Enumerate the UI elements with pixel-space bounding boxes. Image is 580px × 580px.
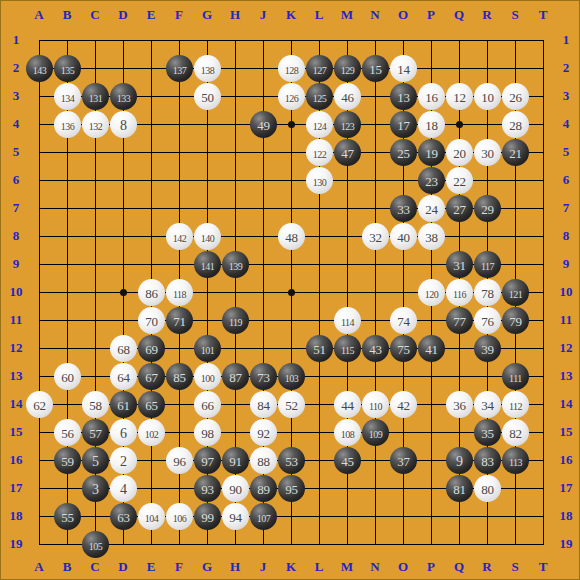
col-label-top-K: K: [280, 7, 302, 23]
col-label-top-O: O: [392, 7, 414, 23]
move-number: 88: [257, 448, 269, 475]
move-number: 122: [313, 141, 327, 168]
stone-J14[interactable]: 84: [250, 391, 277, 418]
row-label-right-6: 6: [555, 172, 577, 188]
move-number: 51: [313, 336, 325, 363]
move-number: 125: [313, 85, 327, 112]
col-label-bottom-K: K: [280, 559, 302, 575]
move-number: 142: [173, 225, 187, 252]
move-number: 91: [229, 448, 241, 475]
stone-G2[interactable]: 138: [194, 55, 221, 82]
row-label-left-6: 6: [5, 172, 27, 188]
move-number: 67: [145, 364, 157, 391]
move-number: 52: [285, 392, 297, 419]
stone-M5[interactable]: 47: [334, 139, 361, 166]
col-label-bottom-S: S: [504, 559, 526, 575]
move-number: 63: [117, 504, 129, 531]
move-number: 95: [285, 476, 297, 503]
star-point-K4: [288, 121, 295, 128]
move-number: 127: [313, 57, 327, 84]
stone-Q6[interactable]: 22: [446, 167, 473, 194]
row-label-left-8: 8: [5, 228, 27, 244]
stone-M2[interactable]: 129: [334, 55, 361, 82]
stone-K16[interactable]: 53: [278, 447, 305, 474]
row-label-left-1: 1: [5, 32, 27, 48]
stone-Q11[interactable]: 77: [446, 307, 473, 334]
row-label-right-5: 5: [555, 144, 577, 160]
row-label-right-7: 7: [555, 200, 577, 216]
stone-L6[interactable]: 130: [306, 167, 333, 194]
stone-S13[interactable]: 111: [502, 363, 529, 390]
move-number: 129: [341, 57, 355, 84]
stone-D13[interactable]: 64: [110, 363, 137, 390]
stone-B13[interactable]: 60: [54, 363, 81, 390]
stone-P5[interactable]: 19: [418, 139, 445, 166]
move-number: 34: [481, 392, 493, 419]
stone-K17[interactable]: 95: [278, 475, 305, 502]
stone-G17[interactable]: 93: [194, 475, 221, 502]
col-label-bottom-A: A: [28, 559, 50, 575]
move-number: 44: [341, 392, 353, 419]
stone-E11[interactable]: 70: [138, 307, 165, 334]
move-number: 75: [397, 336, 409, 363]
stone-E13[interactable]: 67: [138, 363, 165, 390]
move-number: 85: [173, 364, 185, 391]
col-label-bottom-M: M: [336, 559, 358, 575]
stone-S15[interactable]: 82: [502, 419, 529, 446]
col-label-top-Q: Q: [448, 7, 470, 23]
stone-M15[interactable]: 108: [334, 419, 361, 446]
stone-K2[interactable]: 128: [278, 55, 305, 82]
move-number: 74: [397, 308, 409, 335]
move-number: 20: [453, 140, 465, 167]
row-label-left-12: 12: [5, 340, 27, 356]
stone-L3[interactable]: 125: [306, 83, 333, 110]
stone-S11[interactable]: 79: [502, 307, 529, 334]
move-number: 136: [61, 113, 75, 140]
move-number: 130: [313, 169, 327, 196]
move-number: 60: [61, 364, 73, 391]
col-label-top-B: B: [56, 7, 78, 23]
col-label-top-C: C: [84, 7, 106, 23]
col-label-bottom-T: T: [532, 559, 554, 575]
col-label-top-M: M: [336, 7, 358, 23]
row-label-right-4: 4: [555, 116, 577, 132]
stone-S10[interactable]: 121: [502, 279, 529, 306]
stone-K14[interactable]: 52: [278, 391, 305, 418]
move-number: 96: [173, 448, 185, 475]
stone-N2[interactable]: 15: [362, 55, 389, 82]
col-label-top-J: J: [252, 7, 274, 23]
move-number: 76: [481, 308, 493, 335]
move-number: 23: [425, 168, 437, 195]
stone-L5[interactable]: 122: [306, 139, 333, 166]
move-number: 82: [509, 420, 521, 447]
col-label-bottom-Q: Q: [448, 559, 470, 575]
move-number: 97: [201, 448, 213, 475]
stone-E14[interactable]: 65: [138, 391, 165, 418]
stone-R17[interactable]: 80: [474, 475, 501, 502]
move-number: 103: [285, 365, 299, 392]
stone-C4[interactable]: 132: [82, 111, 109, 138]
move-number: 131: [89, 85, 103, 112]
move-number: 61: [117, 392, 129, 419]
move-number: 92: [257, 420, 269, 447]
move-number: 12: [453, 84, 465, 111]
col-label-bottom-E: E: [140, 559, 162, 575]
move-number: 29: [481, 196, 493, 223]
stone-O2[interactable]: 14: [390, 55, 417, 82]
move-number: 5: [92, 448, 99, 475]
move-number: 65: [145, 392, 157, 419]
move-number: 114: [341, 309, 354, 336]
move-number: 42: [397, 392, 409, 419]
stone-P10[interactable]: 120: [418, 279, 445, 306]
stone-H11[interactable]: 119: [222, 307, 249, 334]
col-label-top-A: A: [28, 7, 50, 23]
move-number: 4: [120, 476, 127, 503]
stone-Q10[interactable]: 116: [446, 279, 473, 306]
stone-B3[interactable]: 134: [54, 83, 81, 110]
col-label-top-F: F: [168, 7, 190, 23]
stone-P3[interactable]: 16: [418, 83, 445, 110]
col-label-top-N: N: [364, 7, 386, 23]
stone-S16[interactable]: 113: [502, 447, 529, 474]
move-number: 14: [397, 56, 409, 83]
move-number: 58: [89, 392, 101, 419]
move-number: 116: [453, 281, 466, 308]
move-number: 28: [509, 112, 521, 139]
col-label-top-R: R: [476, 7, 498, 23]
stone-Q16[interactable]: 9: [446, 447, 473, 474]
stone-R5[interactable]: 30: [474, 139, 501, 166]
stone-D3[interactable]: 133: [110, 83, 137, 110]
stone-O14[interactable]: 42: [390, 391, 417, 418]
move-number: 53: [285, 448, 297, 475]
stone-F2[interactable]: 137: [166, 55, 193, 82]
stone-O3[interactable]: 13: [390, 83, 417, 110]
move-number: 120: [425, 281, 439, 308]
move-number: 77: [453, 308, 465, 335]
stone-H16[interactable]: 91: [222, 447, 249, 474]
move-number: 108: [341, 421, 355, 448]
stone-M12[interactable]: 115: [334, 335, 361, 362]
move-number: 70: [145, 308, 157, 335]
stone-M4[interactable]: 123: [334, 111, 361, 138]
stone-N14[interactable]: 110: [362, 391, 389, 418]
row-label-right-18: 18: [555, 508, 577, 524]
move-number: 141: [201, 253, 215, 280]
col-label-top-P: P: [420, 7, 442, 23]
stone-Q9[interactable]: 31: [446, 251, 473, 278]
row-label-left-9: 9: [5, 256, 27, 272]
stone-D18[interactable]: 63: [110, 503, 137, 530]
stone-R7[interactable]: 29: [474, 195, 501, 222]
move-number: 10: [481, 84, 493, 111]
move-number: 87: [229, 364, 241, 391]
stone-M11[interactable]: 114: [334, 307, 361, 334]
move-number: 78: [481, 280, 493, 307]
stone-B16[interactable]: 59: [54, 447, 81, 474]
col-label-bottom-H: H: [224, 559, 246, 575]
move-number: 45: [341, 448, 353, 475]
stone-R16[interactable]: 83: [474, 447, 501, 474]
move-number: 139: [229, 253, 243, 280]
move-number: 62: [33, 392, 45, 419]
stone-P4[interactable]: 18: [418, 111, 445, 138]
stone-G8[interactable]: 140: [194, 223, 221, 250]
stone-D12[interactable]: 68: [110, 335, 137, 362]
grid-line-vertical: [543, 40, 544, 545]
move-number: 132: [89, 113, 103, 140]
move-number: 15: [369, 56, 381, 83]
move-number: 111: [509, 365, 522, 392]
stone-P7[interactable]: 24: [418, 195, 445, 222]
row-label-right-11: 11: [555, 312, 577, 328]
stone-O7[interactable]: 33: [390, 195, 417, 222]
row-label-right-14: 14: [555, 396, 577, 412]
move-number: 83: [481, 448, 493, 475]
stone-D17[interactable]: 4: [110, 475, 137, 502]
stone-L12[interactable]: 51: [306, 335, 333, 362]
stone-M16[interactable]: 45: [334, 447, 361, 474]
move-number: 100: [201, 365, 215, 392]
stone-Q7[interactable]: 27: [446, 195, 473, 222]
row-label-left-3: 3: [5, 88, 27, 104]
star-point-Q4: [456, 121, 463, 128]
stone-G9[interactable]: 141: [194, 251, 221, 278]
stone-B4[interactable]: 136: [54, 111, 81, 138]
stone-F18[interactable]: 106: [166, 503, 193, 530]
stone-C19[interactable]: 105: [82, 531, 109, 558]
stone-B2[interactable]: 135: [54, 55, 81, 82]
stone-E18[interactable]: 104: [138, 503, 165, 530]
move-number: 22: [453, 168, 465, 195]
move-number: 90: [229, 476, 241, 503]
move-number: 49: [257, 112, 269, 139]
row-label-right-17: 17: [555, 480, 577, 496]
stone-H17[interactable]: 90: [222, 475, 249, 502]
stone-O4[interactable]: 17: [390, 111, 417, 138]
stone-D14[interactable]: 61: [110, 391, 137, 418]
stone-G3[interactable]: 50: [194, 83, 221, 110]
col-label-bottom-P: P: [420, 559, 442, 575]
stone-C16[interactable]: 5: [82, 447, 109, 474]
move-number: 94: [229, 504, 241, 531]
stone-D4[interactable]: 8: [110, 111, 137, 138]
col-label-top-E: E: [140, 7, 162, 23]
stone-N12[interactable]: 43: [362, 335, 389, 362]
move-number: 137: [173, 57, 187, 84]
move-number: 79: [509, 308, 521, 335]
row-label-right-16: 16: [555, 452, 577, 468]
move-number: 68: [117, 336, 129, 363]
stone-C14[interactable]: 58: [82, 391, 109, 418]
stone-R15[interactable]: 35: [474, 419, 501, 446]
move-number: 6: [120, 420, 127, 447]
move-number: 126: [285, 85, 299, 112]
move-number: 124: [313, 113, 327, 140]
col-label-bottom-C: C: [84, 559, 106, 575]
move-number: 104: [145, 505, 159, 532]
stone-D15[interactable]: 6: [110, 419, 137, 446]
stone-F10[interactable]: 118: [166, 279, 193, 306]
stone-Q14[interactable]: 36: [446, 391, 473, 418]
stone-G14[interactable]: 66: [194, 391, 221, 418]
move-number: 17: [397, 112, 409, 139]
stone-F8[interactable]: 142: [166, 223, 193, 250]
stone-P6[interactable]: 23: [418, 167, 445, 194]
go-board[interactable]: AA11BB22CC33DD44EE55FF66GG77HH88JJ99KK10…: [0, 0, 580, 580]
stone-B18[interactable]: 55: [54, 503, 81, 530]
move-number: 19: [425, 140, 437, 167]
stone-G15[interactable]: 98: [194, 419, 221, 446]
stone-Q3[interactable]: 12: [446, 83, 473, 110]
stone-M14[interactable]: 44: [334, 391, 361, 418]
stone-H18[interactable]: 94: [222, 503, 249, 530]
stone-J16[interactable]: 88: [250, 447, 277, 474]
row-label-right-19: 19: [555, 536, 577, 552]
stone-S5[interactable]: 21: [502, 139, 529, 166]
move-number: 30: [481, 140, 493, 167]
stone-C17[interactable]: 3: [82, 475, 109, 502]
move-number: 86: [145, 280, 157, 307]
stone-F13[interactable]: 85: [166, 363, 193, 390]
stone-E15[interactable]: 102: [138, 419, 165, 446]
move-number: 43: [369, 336, 381, 363]
stone-S14[interactable]: 112: [502, 391, 529, 418]
move-number: 80: [481, 476, 493, 503]
move-number: 143: [33, 57, 47, 84]
stone-B15[interactable]: 56: [54, 419, 81, 446]
grid-line-horizontal: [39, 544, 544, 545]
stone-S3[interactable]: 26: [502, 83, 529, 110]
stone-D16[interactable]: 2: [110, 447, 137, 474]
move-number: 39: [481, 336, 493, 363]
stone-A14[interactable]: 62: [26, 391, 53, 418]
stone-F11[interactable]: 71: [166, 307, 193, 334]
move-number: 24: [425, 196, 437, 223]
move-number: 69: [145, 336, 157, 363]
stone-L2[interactable]: 127: [306, 55, 333, 82]
stone-H9[interactable]: 139: [222, 251, 249, 278]
stone-O11[interactable]: 74: [390, 307, 417, 334]
stone-K13[interactable]: 103: [278, 363, 305, 390]
stone-J17[interactable]: 89: [250, 475, 277, 502]
move-number: 140: [201, 225, 215, 252]
stone-O5[interactable]: 25: [390, 139, 417, 166]
stone-N8[interactable]: 32: [362, 223, 389, 250]
stone-L4[interactable]: 124: [306, 111, 333, 138]
stone-R14[interactable]: 34: [474, 391, 501, 418]
move-number: 110: [369, 393, 382, 420]
stone-R11[interactable]: 76: [474, 307, 501, 334]
stone-Q17[interactable]: 81: [446, 475, 473, 502]
stone-J4[interactable]: 49: [250, 111, 277, 138]
row-label-right-10: 10: [555, 284, 577, 300]
stone-R3[interactable]: 10: [474, 83, 501, 110]
move-number: 119: [229, 309, 242, 336]
star-point-K10: [288, 289, 295, 296]
stone-E10[interactable]: 86: [138, 279, 165, 306]
stone-A2[interactable]: 143: [26, 55, 53, 82]
col-label-bottom-D: D: [112, 559, 134, 575]
stone-N15[interactable]: 109: [362, 419, 389, 446]
move-number: 134: [61, 85, 75, 112]
move-number: 18: [425, 112, 437, 139]
move-number: 32: [369, 224, 381, 251]
stone-J13[interactable]: 73: [250, 363, 277, 390]
stone-R9[interactable]: 117: [474, 251, 501, 278]
stone-P12[interactable]: 41: [418, 335, 445, 362]
stone-P8[interactable]: 38: [418, 223, 445, 250]
col-label-bottom-L: L: [308, 559, 330, 575]
row-label-left-14: 14: [5, 396, 27, 412]
stone-S4[interactable]: 28: [502, 111, 529, 138]
stone-G13[interactable]: 100: [194, 363, 221, 390]
move-number: 40: [397, 224, 409, 251]
row-label-left-15: 15: [5, 424, 27, 440]
stone-C15[interactable]: 57: [82, 419, 109, 446]
stone-H13[interactable]: 87: [222, 363, 249, 390]
move-number: 8: [120, 112, 127, 139]
stone-J18[interactable]: 107: [250, 503, 277, 530]
stone-C3[interactable]: 131: [82, 83, 109, 110]
move-number: 27: [453, 196, 465, 223]
move-number: 71: [173, 308, 185, 335]
row-label-left-11: 11: [5, 312, 27, 328]
row-label-left-18: 18: [5, 508, 27, 524]
stone-R12[interactable]: 39: [474, 335, 501, 362]
row-label-left-19: 19: [5, 536, 27, 552]
row-label-left-7: 7: [5, 200, 27, 216]
stone-G16[interactable]: 97: [194, 447, 221, 474]
stone-K3[interactable]: 126: [278, 83, 305, 110]
move-number: 102: [145, 421, 159, 448]
move-number: 2: [120, 448, 127, 475]
move-number: 101: [201, 337, 215, 364]
move-number: 56: [61, 420, 73, 447]
stone-J15[interactable]: 92: [250, 419, 277, 446]
stone-O12[interactable]: 75: [390, 335, 417, 362]
stone-M3[interactable]: 46: [334, 83, 361, 110]
stone-G18[interactable]: 99: [194, 503, 221, 530]
row-label-right-1: 1: [555, 32, 577, 48]
row-label-left-10: 10: [5, 284, 27, 300]
row-label-left-17: 17: [5, 480, 27, 496]
stone-F16[interactable]: 96: [166, 447, 193, 474]
stone-E12[interactable]: 69: [138, 335, 165, 362]
stone-R10[interactable]: 78: [474, 279, 501, 306]
move-number: 117: [481, 253, 494, 280]
move-number: 36: [453, 392, 465, 419]
row-label-right-2: 2: [555, 60, 577, 76]
stone-Q5[interactable]: 20: [446, 139, 473, 166]
move-number: 128: [285, 57, 299, 84]
move-number: 16: [425, 84, 437, 111]
move-number: 3: [92, 476, 99, 503]
move-number: 33: [397, 196, 409, 223]
move-number: 46: [341, 84, 353, 111]
stone-O16[interactable]: 37: [390, 447, 417, 474]
stone-O8[interactable]: 40: [390, 223, 417, 250]
move-number: 41: [425, 336, 437, 363]
move-number: 105: [89, 533, 103, 560]
stone-K8[interactable]: 48: [278, 223, 305, 250]
move-number: 115: [341, 337, 354, 364]
stone-G12[interactable]: 101: [194, 335, 221, 362]
move-number: 47: [341, 140, 353, 167]
